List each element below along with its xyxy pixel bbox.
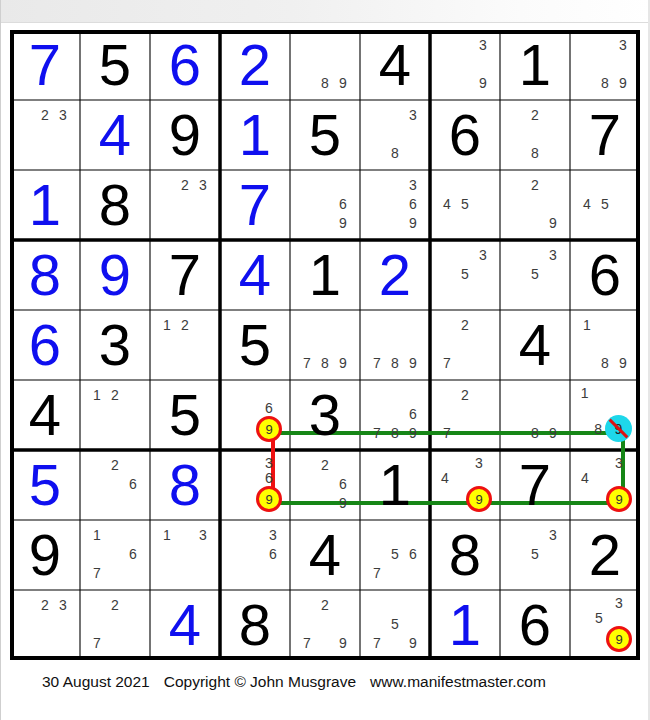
candidate-slot-9 (54, 143, 72, 162)
candidate-slot-7 (298, 213, 316, 232)
cell-r3c3: 23 (150, 170, 220, 240)
candidate-7: 7 (93, 636, 101, 650)
candidate-3: 3 (479, 38, 487, 52)
candidate-slot-1 (508, 385, 526, 404)
candidate-slot-5 (176, 544, 194, 563)
candidate-slot-1 (508, 175, 526, 194)
candidate-slot-7 (578, 415, 592, 442)
candidate-slot-9 (194, 213, 212, 232)
candidates: 189 (578, 385, 632, 442)
candidate-2: 2 (41, 598, 49, 612)
candidate-slot-4 (88, 404, 106, 423)
cell-r5c6: 789 (360, 310, 430, 380)
candidate-slot-4 (438, 54, 456, 73)
candidate-slot-4 (18, 614, 36, 633)
candidate-2: 2 (531, 178, 539, 192)
highlight-yellow-candidate-9: 9 (606, 626, 632, 652)
candidate-slot-8 (106, 563, 124, 582)
candidates: 269 (298, 455, 352, 512)
candidate-slot-6 (334, 334, 352, 353)
cell-r9c3: 4 (150, 590, 220, 660)
candidate-slot-3 (404, 595, 422, 614)
candidate-slot-1: 1 (88, 385, 106, 404)
candidate-slot-9 (544, 563, 562, 582)
candidate-slot-6 (194, 544, 212, 563)
candidate-slot-2 (386, 315, 404, 334)
cell-r4c5: 1 (290, 240, 360, 310)
solved-digit: 9 (80, 240, 150, 310)
candidate-slot-2: 2 (106, 455, 124, 474)
candidate-7: 7 (373, 356, 381, 370)
candidate-slot-2 (242, 455, 256, 471)
candidate-slot-2 (242, 385, 256, 401)
cell-r7c8: 7 (500, 450, 570, 520)
candidate-slot-5 (106, 404, 124, 423)
candidate-slot-9 (544, 283, 562, 302)
candidate-slot-9 (194, 353, 212, 372)
candidate-slot-6 (544, 124, 562, 143)
cell-r8c6: 567 (360, 520, 430, 590)
candidate-slot-3 (544, 385, 562, 404)
candidate-6: 6 (409, 407, 417, 421)
candidate-slot-9 (474, 283, 492, 302)
candidate-slot-2: 2 (316, 455, 334, 474)
cell-r2c1: 23 (10, 100, 80, 170)
candidate-slot-7 (88, 423, 106, 442)
candidate-slot-5 (176, 334, 194, 353)
candidate-slot-5: 5 (386, 614, 404, 633)
candidate-slot-2: 2 (176, 175, 194, 194)
cell-r6c9: 189 (570, 380, 640, 450)
candidate-5: 5 (531, 267, 539, 281)
candidate-slot-1 (368, 105, 386, 124)
candidates: 13 (158, 525, 212, 582)
candidate-slot-2: 2 (526, 175, 544, 194)
candidate-slot-5 (592, 471, 606, 487)
candidate-slot-1 (228, 455, 242, 471)
cell-r2c7: 6 (430, 100, 500, 170)
candidate-slot-2: 2 (36, 105, 54, 124)
candidate-slot-4 (438, 404, 456, 423)
candidate-slot-5 (456, 404, 474, 423)
cell-r6c2: 12 (80, 380, 150, 450)
candidate-slot-3: 3 (544, 525, 562, 544)
candidate-slot-8 (456, 283, 474, 302)
candidate-slot-5 (386, 124, 404, 143)
candidate-8: 8 (391, 426, 399, 440)
given-digit: 5 (80, 30, 150, 100)
candidates: 349 (438, 455, 492, 512)
candidate-3: 3 (479, 248, 487, 262)
candidate-slot-9: 9 (605, 415, 632, 442)
candidate-slot-7 (508, 563, 526, 582)
candidate-slot-8 (316, 633, 334, 652)
candidate-slot-2 (456, 35, 474, 54)
candidate-slot-4 (508, 544, 526, 563)
candidates: 12 (88, 385, 142, 442)
candidates: 23 (18, 105, 72, 162)
solved-digit: 1 (430, 590, 500, 660)
solved-digit: 4 (80, 100, 150, 170)
candidate-slot-7 (438, 73, 456, 92)
candidate-slot-7: 7 (368, 633, 386, 652)
candidate-slot-9: 9 (474, 73, 492, 92)
candidate-slot-8: 8 (526, 423, 544, 442)
cell-r7c9: 349 (570, 450, 640, 520)
candidate-slot-9: 9 (404, 213, 422, 232)
candidate-slot-8: 8 (386, 143, 404, 162)
candidate-slot-7 (228, 486, 242, 512)
candidate-slot-2 (526, 525, 544, 544)
candidates: 29 (508, 175, 562, 232)
candidate-slot-7 (578, 73, 596, 92)
candidate-slot-5 (596, 54, 614, 73)
candidate-slot-3 (256, 385, 282, 401)
cell-r9c8: 6 (500, 590, 570, 660)
candidate-slot-1 (368, 175, 386, 194)
candidate-slot-2 (452, 455, 466, 471)
candidate-slot-5: 5 (456, 194, 474, 213)
candidate-6: 6 (409, 547, 417, 561)
candidate-slot-6 (124, 614, 142, 633)
candidate-slot-4 (438, 334, 456, 353)
candidate-slot-8: 8 (526, 143, 544, 162)
cell-r9c2: 27 (80, 590, 150, 660)
candidate-slot-5 (386, 404, 404, 423)
given-digit: 8 (220, 590, 290, 660)
candidates: 28 (508, 105, 562, 162)
candidate-3: 3 (59, 598, 67, 612)
candidate-slot-1 (88, 595, 106, 614)
candidate-slot-5 (36, 124, 54, 143)
board-cells: 7562894391389234915386287182376936945294… (10, 30, 640, 660)
candidate-9: 9 (549, 216, 557, 230)
candidate-slot-1 (158, 175, 176, 194)
candidate-7: 7 (443, 356, 451, 370)
candidate-slot-7: 7 (368, 353, 386, 372)
candidate-slot-1 (578, 35, 596, 54)
candidate-8: 8 (531, 426, 539, 440)
candidate-2: 2 (111, 598, 119, 612)
candidate-5: 5 (391, 547, 399, 561)
candidate-slot-8 (106, 633, 124, 652)
candidate-slot-5 (316, 54, 334, 73)
candidate-slot-2 (316, 35, 334, 54)
candidate-slot-5 (242, 401, 256, 417)
cell-r5c7: 27 (430, 310, 500, 380)
candidate-slot-8 (106, 423, 124, 442)
candidates: 567 (368, 525, 422, 582)
cell-r3c9: 45 (570, 170, 640, 240)
candidate-slot-7 (368, 143, 386, 162)
candidate-slot-6 (606, 611, 632, 627)
given-digit: 7 (570, 100, 640, 170)
cell-r6c5: 3 (290, 380, 360, 450)
candidate-slot-9: 9 (544, 423, 562, 442)
cell-r4c4: 4 (220, 240, 290, 310)
candidate-slot-6 (614, 54, 632, 73)
candidate-slot-1 (18, 105, 36, 124)
candidate-slot-2 (596, 315, 614, 334)
candidates: 359 (578, 595, 632, 652)
cell-r6c6: 6789 (360, 380, 430, 450)
candidate-slot-6 (474, 334, 492, 353)
candidate-slot-8 (246, 563, 264, 582)
candidate-slot-3 (404, 315, 422, 334)
candidate-slot-9 (474, 213, 492, 232)
candidate-slot-7: 7 (438, 423, 456, 442)
candidate-slot-2 (386, 525, 404, 544)
candidate-slot-5 (526, 124, 544, 143)
cell-r2c9: 7 (570, 100, 640, 170)
candidate-slot-6: 6 (256, 471, 282, 487)
candidate-2: 2 (181, 318, 189, 332)
candidate-slot-4 (508, 264, 526, 283)
given-digit: 7 (500, 450, 570, 520)
candidate-3: 3 (615, 596, 623, 610)
candidate-slot-3: 3 (194, 525, 212, 544)
candidate-slot-6 (544, 194, 562, 213)
cell-r2c8: 28 (500, 100, 570, 170)
candidate-slot-8: 8 (386, 353, 404, 372)
candidate-slot-3: 3 (474, 245, 492, 264)
candidate-slot-4 (368, 544, 386, 563)
candidate-slot-1 (88, 455, 106, 474)
candidate-slot-9 (124, 563, 142, 582)
candidate-slot-4 (368, 194, 386, 213)
given-digit: 7 (150, 240, 220, 310)
candidate-slot-1: 1 (88, 525, 106, 544)
cell-r8c1: 9 (10, 520, 80, 590)
candidate-slot-9: 9 (544, 213, 562, 232)
solved-digit: 5 (10, 450, 80, 520)
candidates: 789 (368, 315, 422, 372)
highlight-yellow-candidate-9: 9 (256, 416, 282, 442)
cell-r2c2: 4 (80, 100, 150, 170)
candidate-slot-1 (508, 105, 526, 124)
candidate-slot-8: 8 (592, 415, 606, 442)
candidate-slot-8 (592, 486, 606, 512)
highlight-yellow-candidate-9: 9 (466, 486, 492, 512)
candidate-slot-6 (606, 471, 632, 487)
candidate-slot-9 (194, 563, 212, 582)
candidate-slot-8 (456, 73, 474, 92)
candidate-slot-7: 7 (88, 563, 106, 582)
candidate-slot-4 (578, 54, 596, 73)
given-digit: 6 (500, 590, 570, 660)
candidate-slot-4: 4 (578, 471, 592, 487)
candidate-slot-8 (176, 213, 194, 232)
candidates: 27 (88, 595, 142, 652)
candidate-6: 6 (269, 547, 277, 561)
solved-digit: 1 (220, 100, 290, 170)
candidates: 23 (158, 175, 212, 232)
candidate-slot-1 (368, 385, 386, 404)
given-digit: 4 (10, 380, 80, 450)
cell-r3c6: 369 (360, 170, 430, 240)
candidate-slot-9: 9 (256, 486, 282, 512)
candidate-slot-3 (404, 525, 422, 544)
candidate-3: 3 (409, 108, 417, 122)
candidates: 6789 (368, 385, 422, 442)
sudoku-board: 7562894391389234915386287182376936945294… (10, 30, 640, 660)
candidate-slot-3 (404, 385, 422, 404)
candidate-slot-3 (194, 315, 212, 334)
candidate-slot-9 (474, 353, 492, 372)
candidate-slot-6 (124, 404, 142, 423)
candidate-slot-3 (334, 175, 352, 194)
candidate-5: 5 (391, 617, 399, 631)
candidate-slot-2: 2 (106, 595, 124, 614)
candidate-slot-7 (228, 416, 242, 442)
solved-digit: 6 (150, 30, 220, 100)
candidate-slot-5 (316, 474, 334, 493)
candidate-slot-8 (386, 563, 404, 582)
given-digit: 5 (150, 380, 220, 450)
candidate-slot-8 (242, 486, 256, 512)
candidate-slot-6 (474, 54, 492, 73)
candidate-slot-3 (334, 315, 352, 334)
candidate-slot-1 (298, 175, 316, 194)
cell-r3c8: 29 (500, 170, 570, 240)
candidate-2: 2 (531, 108, 539, 122)
candidate-5: 5 (461, 267, 469, 281)
candidate-slot-4 (18, 124, 36, 143)
candidate-9: 9 (479, 76, 487, 90)
solved-digit: 8 (150, 450, 220, 520)
candidate-slot-7 (438, 213, 456, 232)
candidate-slot-4 (158, 544, 176, 563)
candidates: 279 (298, 595, 352, 652)
candidates: 349 (578, 455, 632, 512)
candidate-slot-6 (474, 404, 492, 423)
cell-r3c1: 1 (10, 170, 80, 240)
candidate-5: 5 (595, 611, 603, 625)
candidate-slot-9 (614, 213, 632, 232)
candidate-slot-1 (368, 315, 386, 334)
cell-r8c7: 8 (430, 520, 500, 590)
candidate-8: 8 (601, 356, 609, 370)
candidate-slot-9: 9 (256, 416, 282, 442)
candidate-slot-4 (578, 611, 592, 627)
candidate-slot-5 (452, 471, 466, 487)
candidate-slot-6 (544, 404, 562, 423)
candidate-slot-1 (508, 525, 526, 544)
candidate-slot-1 (438, 35, 456, 54)
cell-r3c5: 69 (290, 170, 360, 240)
candidate-slot-7 (508, 143, 526, 162)
candidate-slot-4: 4 (578, 194, 596, 213)
candidate-slot-1 (18, 595, 36, 614)
candidate-7: 7 (303, 636, 311, 650)
candidate-slot-1: 1 (158, 315, 176, 334)
candidate-slot-5 (456, 334, 474, 353)
candidate-slot-1 (368, 525, 386, 544)
candidate-slot-8: 8 (386, 423, 404, 442)
candidate-3: 3 (409, 178, 417, 192)
candidate-1: 1 (93, 388, 101, 402)
candidate-slot-3 (544, 105, 562, 124)
candidates: 26 (88, 455, 142, 512)
candidate-slot-4 (228, 471, 242, 487)
candidate-slot-6 (404, 124, 422, 143)
candidate-slot-7 (298, 493, 316, 512)
candidate-slot-9: 9 (466, 486, 492, 512)
candidate-slot-9: 9 (334, 353, 352, 372)
candidate-slot-2 (246, 525, 264, 544)
candidate-slot-9: 9 (614, 353, 632, 372)
footer: 30 August 2021 Copyright © John Musgrave… (42, 673, 546, 691)
candidate-2: 2 (321, 598, 329, 612)
candidate-slot-1 (438, 245, 456, 264)
candidate-6: 6 (265, 471, 273, 485)
candidate-slot-4 (508, 404, 526, 423)
footer-copyright: Copyright © John Musgrave (164, 673, 356, 691)
given-digit: 4 (360, 30, 430, 100)
candidate-3: 3 (265, 456, 273, 470)
candidate-slot-9 (264, 563, 282, 582)
candidate-slot-1 (438, 175, 456, 194)
candidate-6: 6 (129, 477, 137, 491)
candidate-slot-3 (614, 315, 632, 334)
cell-r5c3: 12 (150, 310, 220, 380)
candidate-slot-4 (368, 614, 386, 633)
candidate-slot-6 (474, 264, 492, 283)
candidate-slot-9 (404, 143, 422, 162)
candidate-slot-3 (474, 175, 492, 194)
candidate-slot-1 (298, 595, 316, 614)
candidate-slot-7: 7 (368, 563, 386, 582)
solved-digit: 8 (10, 240, 80, 310)
candidate-slot-7: 7 (368, 423, 386, 442)
given-digit: 1 (500, 30, 570, 100)
cell-r4c7: 35 (430, 240, 500, 310)
candidate-slot-4 (578, 400, 592, 415)
cell-r6c7: 27 (430, 380, 500, 450)
candidates: 789 (298, 315, 352, 372)
candidate-slot-3 (334, 595, 352, 614)
candidate-slot-9 (544, 143, 562, 162)
given-digit: 6 (430, 100, 500, 170)
candidate-slot-4 (508, 124, 526, 143)
solved-digit: 7 (220, 170, 290, 240)
candidate-slot-4 (368, 334, 386, 353)
candidate-3: 3 (199, 178, 207, 192)
cell-r2c5: 5 (290, 100, 360, 170)
cell-r3c4: 7 (220, 170, 290, 240)
given-digit: 3 (290, 380, 360, 450)
candidate-slot-6 (605, 400, 632, 415)
candidate-7: 7 (93, 566, 101, 580)
candidate-slot-7 (158, 213, 176, 232)
candidate-slot-5 (596, 334, 614, 353)
candidate-slot-1 (438, 385, 456, 404)
candidate-slot-3 (124, 525, 142, 544)
highlight-yellow-candidate-9: 9 (606, 486, 632, 512)
candidate-slot-2 (386, 105, 404, 124)
candidate-slot-6 (474, 194, 492, 213)
given-digit: 2 (570, 520, 640, 590)
candidate-slot-8 (596, 213, 614, 232)
cell-r7c5: 269 (290, 450, 360, 520)
candidate-slot-2 (592, 595, 606, 611)
cell-r4c6: 2 (360, 240, 430, 310)
candidate-slot-6: 6 (124, 474, 142, 493)
candidate-slot-8 (456, 353, 474, 372)
candidate-9: 9 (409, 636, 417, 650)
candidate-slot-6 (544, 544, 562, 563)
candidate-slot-3 (124, 385, 142, 404)
